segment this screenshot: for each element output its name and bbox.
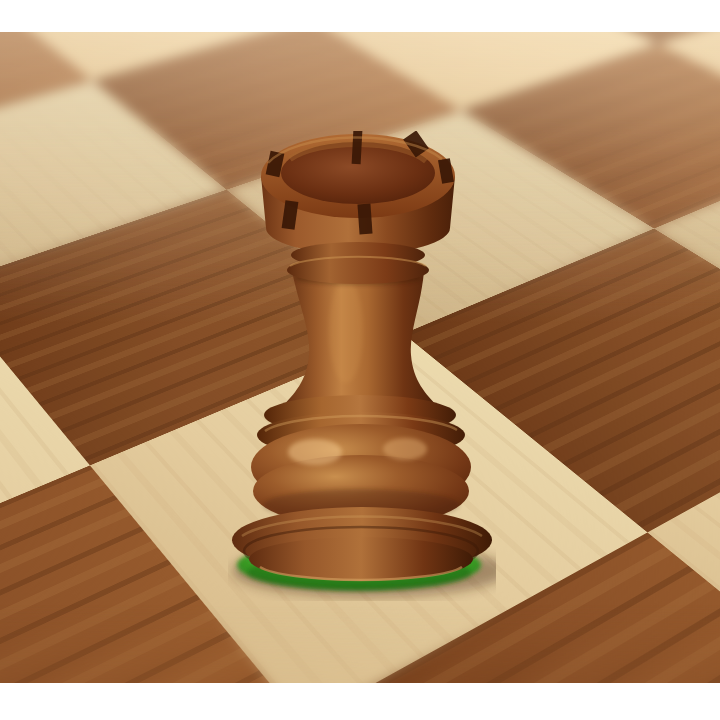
rook-crown [261, 131, 455, 254]
rook-neck [282, 271, 438, 407]
rook-base-plate [232, 507, 492, 581]
letterbox-bottom [0, 683, 720, 720]
letterbox-top [0, 0, 720, 32]
photo-frame: ♜ Close-up photograph of a carved golden… [0, 0, 720, 720]
rook-piece [228, 131, 496, 601]
rook-collar [287, 242, 429, 284]
chess-photo: ♜ Close-up photograph of a carved golden… [0, 32, 720, 683]
